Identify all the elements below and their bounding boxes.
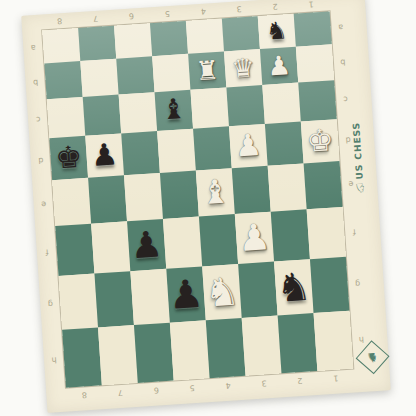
white-pawn-d3[interactable]: ♟ bbox=[234, 130, 263, 162]
square-g7[interactable] bbox=[94, 271, 133, 327]
square-b1[interactable] bbox=[296, 44, 334, 82]
white-pawn-f3[interactable]: ♟ bbox=[237, 218, 272, 256]
square-g3[interactable] bbox=[238, 262, 277, 318]
coord-label-c: c bbox=[32, 100, 45, 140]
coord-label-g: g bbox=[351, 256, 365, 311]
coord-label-f: f bbox=[348, 206, 361, 257]
square-g1[interactable] bbox=[310, 257, 349, 313]
square-h2[interactable] bbox=[278, 313, 318, 373]
chess-board: ♞♜♛♟♝♚♟♟♚♝♟♟♟♞♞ bbox=[42, 11, 353, 387]
coord-label-3: 3 bbox=[221, 3, 258, 14]
square-a6[interactable] bbox=[114, 23, 152, 58]
coord-label-5: 5 bbox=[149, 8, 186, 19]
us-chess-brand: ♘ US CHESS bbox=[343, 121, 374, 195]
square-e7[interactable] bbox=[88, 175, 127, 223]
square-g2[interactable]: ♞ bbox=[274, 259, 313, 315]
square-c2[interactable] bbox=[262, 83, 301, 124]
black-king-d8[interactable]: ♚ bbox=[54, 142, 83, 174]
square-d8[interactable]: ♚ bbox=[49, 136, 88, 180]
square-h1[interactable] bbox=[314, 311, 354, 371]
square-a3[interactable] bbox=[222, 16, 260, 51]
coord-label-5: 5 bbox=[174, 382, 211, 393]
square-c3[interactable] bbox=[226, 85, 265, 126]
square-f8[interactable] bbox=[55, 224, 94, 276]
square-a8[interactable] bbox=[42, 28, 80, 63]
square-h6[interactable] bbox=[134, 323, 174, 383]
square-d1[interactable]: ♚ bbox=[301, 119, 340, 163]
us-chess-knight-icon: ♘ bbox=[354, 181, 366, 195]
square-g6[interactable] bbox=[130, 269, 169, 325]
vinyl-board-mat: 87654321 87654321 abcdefgh abcdefgh ♞♜♛♟… bbox=[21, 0, 391, 413]
square-e8[interactable] bbox=[52, 178, 91, 226]
corner-knight-icon: ♞ bbox=[366, 350, 378, 364]
black-pawn-g5[interactable]: ♟ bbox=[167, 273, 204, 314]
square-f5[interactable] bbox=[163, 217, 202, 269]
square-d3[interactable]: ♟ bbox=[229, 124, 268, 168]
white-king-d1[interactable]: ♚ bbox=[306, 125, 335, 157]
square-a1[interactable] bbox=[294, 11, 332, 46]
square-a4[interactable] bbox=[186, 19, 224, 54]
square-f4[interactable] bbox=[199, 214, 238, 266]
coord-label-3: 3 bbox=[246, 377, 283, 388]
square-b3[interactable]: ♛ bbox=[224, 49, 262, 87]
square-h3[interactable] bbox=[242, 316, 282, 376]
square-b6[interactable] bbox=[116, 56, 154, 94]
square-a5[interactable] bbox=[150, 21, 188, 56]
black-pawn-d7[interactable]: ♟ bbox=[90, 139, 119, 171]
black-knight-a2[interactable]: ♞ bbox=[265, 18, 288, 43]
square-d2[interactable] bbox=[265, 122, 304, 166]
coord-label-e: e bbox=[37, 180, 50, 227]
coord-label-b: b bbox=[337, 43, 349, 80]
square-e1[interactable] bbox=[304, 161, 343, 209]
square-g4[interactable]: ♞ bbox=[202, 264, 241, 320]
square-a7[interactable] bbox=[78, 26, 116, 61]
white-knight-g4[interactable]: ♞ bbox=[203, 271, 240, 312]
coord-label-d: d bbox=[34, 139, 47, 182]
coord-label-a: a bbox=[335, 10, 347, 44]
square-e2[interactable] bbox=[268, 163, 307, 211]
white-rook-b4[interactable]: ♜ bbox=[195, 57, 220, 84]
coord-label-b: b bbox=[29, 64, 41, 101]
white-bishop-e4[interactable]: ♝ bbox=[199, 175, 231, 210]
square-f3[interactable]: ♟ bbox=[235, 212, 274, 264]
black-knight-g2[interactable]: ♞ bbox=[275, 266, 312, 307]
black-pawn-f6[interactable]: ♟ bbox=[129, 226, 164, 264]
square-b2[interactable]: ♟ bbox=[260, 47, 298, 85]
coord-label-6: 6 bbox=[138, 385, 175, 396]
coord-label-2: 2 bbox=[282, 375, 319, 386]
square-d5[interactable] bbox=[157, 129, 196, 173]
square-f1[interactable] bbox=[307, 207, 346, 259]
coord-label-h: h bbox=[47, 330, 61, 389]
coord-label-7: 7 bbox=[77, 13, 114, 24]
square-b5[interactable] bbox=[152, 54, 190, 92]
square-b4[interactable]: ♜ bbox=[188, 51, 226, 89]
square-h5[interactable] bbox=[170, 320, 210, 380]
square-d7[interactable]: ♟ bbox=[85, 133, 124, 177]
square-a2[interactable]: ♞ bbox=[258, 14, 296, 49]
square-h7[interactable] bbox=[98, 325, 138, 385]
white-queen-b3[interactable]: ♛ bbox=[231, 54, 256, 81]
square-h8[interactable] bbox=[62, 327, 102, 387]
square-d4[interactable] bbox=[193, 126, 232, 170]
coord-label-a: a bbox=[27, 31, 39, 65]
photo-scene: 87654321 87654321 abcdefgh abcdefgh ♞♜♛♟… bbox=[0, 0, 416, 416]
coord-label-8: 8 bbox=[66, 389, 103, 400]
us-chess-brand-text: US CHESS bbox=[351, 122, 365, 180]
square-f6[interactable]: ♟ bbox=[127, 219, 166, 271]
coord-label-f: f bbox=[40, 226, 53, 277]
square-h4[interactable] bbox=[206, 318, 246, 378]
square-c6[interactable] bbox=[119, 92, 158, 133]
white-pawn-b2[interactable]: ♟ bbox=[267, 52, 292, 79]
coord-label-c: c bbox=[339, 79, 352, 119]
square-d6[interactable] bbox=[121, 131, 160, 175]
coord-label-1: 1 bbox=[318, 373, 355, 384]
square-e3[interactable] bbox=[232, 166, 271, 214]
square-c1[interactable] bbox=[298, 80, 337, 121]
coord-label-2: 2 bbox=[257, 1, 294, 12]
square-c7[interactable] bbox=[83, 95, 122, 136]
coord-label-7: 7 bbox=[102, 387, 139, 398]
square-c4[interactable] bbox=[190, 87, 229, 128]
square-g8[interactable] bbox=[59, 274, 98, 330]
square-g5[interactable]: ♟ bbox=[166, 266, 205, 322]
black-bishop-c5[interactable]: ♝ bbox=[160, 95, 187, 125]
coord-label-8: 8 bbox=[41, 15, 78, 26]
square-b8[interactable] bbox=[44, 61, 82, 99]
square-f7[interactable] bbox=[91, 221, 130, 273]
square-e5[interactable] bbox=[160, 171, 199, 219]
coord-label-4: 4 bbox=[185, 6, 222, 17]
square-b7[interactable] bbox=[80, 59, 118, 97]
square-e4[interactable]: ♝ bbox=[196, 168, 235, 216]
square-f2[interactable] bbox=[271, 209, 310, 261]
square-e6[interactable] bbox=[124, 173, 163, 221]
coord-label-1: 1 bbox=[293, 0, 330, 10]
coord-label-6: 6 bbox=[113, 10, 150, 21]
square-c8[interactable] bbox=[47, 97, 86, 138]
coord-label-g: g bbox=[44, 276, 58, 331]
coord-label-4: 4 bbox=[210, 380, 247, 391]
square-c5[interactable]: ♝ bbox=[155, 90, 194, 131]
